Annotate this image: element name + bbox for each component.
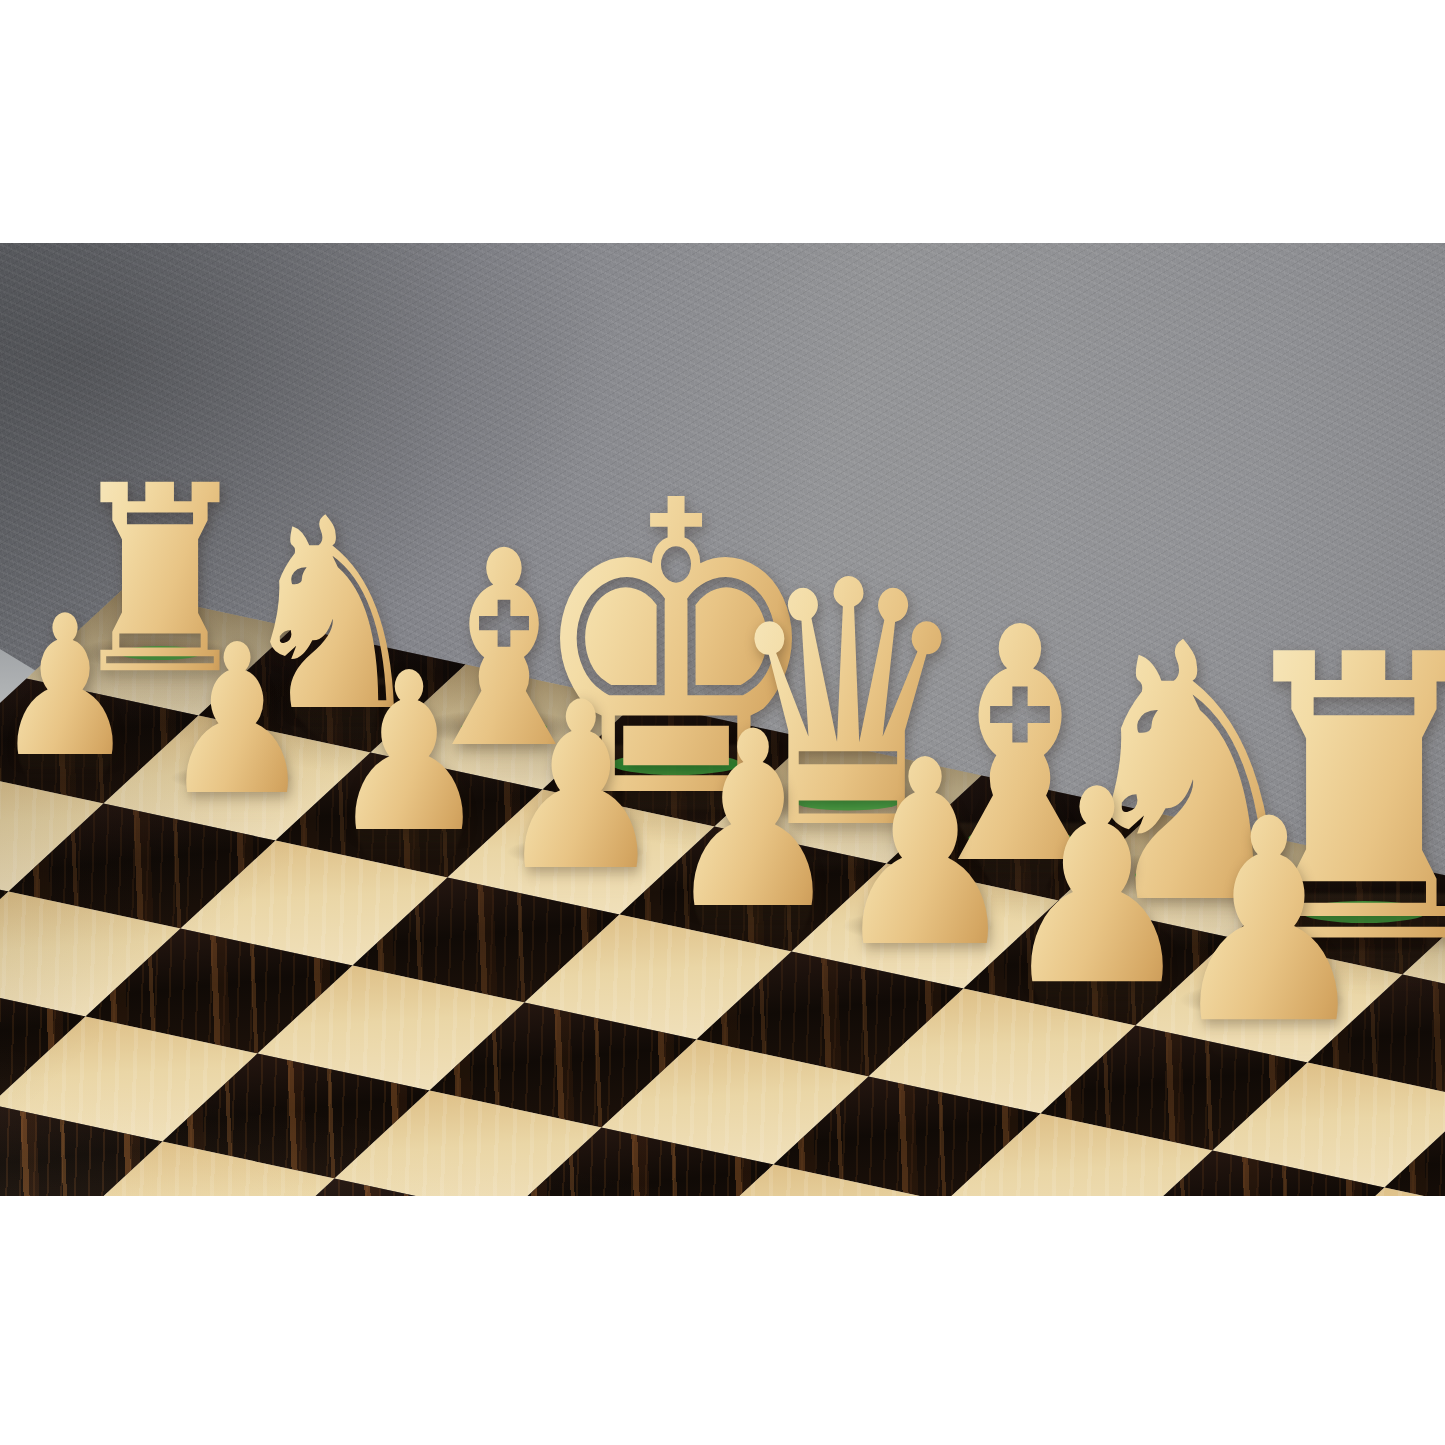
pawn-glyph: ♟ <box>0 590 136 784</box>
pieces-layer: ♜♜♞♞♝♝♚♚♛♛♝♝♞♞♜♜♟♟♟♟♟♟♟♟♟♟♟♟♟♟♟♟ <box>0 243 1445 1196</box>
photo-area: ♜♜♞♞♝♝♚♚♛♛♝♝♞♞♜♜♟♟♟♟♟♟♟♟♟♟♟♟♟♟♟♟ <box>0 243 1445 1196</box>
pawn-glyph: ♟ <box>831 726 1019 982</box>
pawn-glyph: ♟ <box>161 617 313 824</box>
pawn-glyph: ♟ <box>496 672 666 903</box>
pawn-glyph: ♟ <box>1166 782 1372 1062</box>
pawn-glyph: ♟ <box>664 699 843 942</box>
chess-set-photo: ♜♜♞♞♝♝♚♚♛♛♝♝♞♞♜♜♟♟♟♟♟♟♟♟♟♟♟♟♟♟♟♟ <box>0 0 1445 1445</box>
pawn-glyph: ♟ <box>328 644 489 863</box>
